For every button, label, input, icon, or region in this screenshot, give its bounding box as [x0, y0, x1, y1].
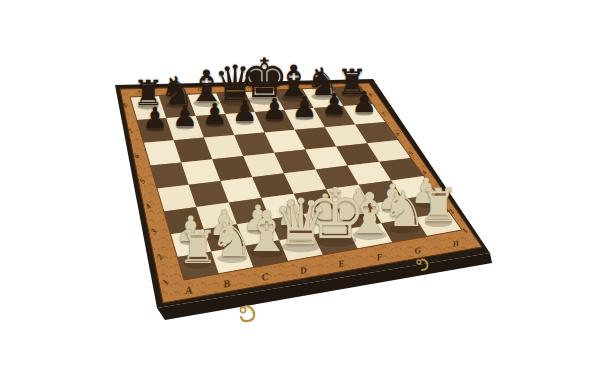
- pieces-layer: ♜♞♝♛♚♝♞♜♟♟♟♟♟♟♟♟♟♟♟♟♟♟♟♟♜♞♝♛♚♝♞♜: [0, 0, 600, 380]
- piece-black-pawn-f7[interactable]: ♟: [290, 93, 319, 122]
- piece-black-pawn-c7[interactable]: ♟: [200, 100, 229, 129]
- piece-black-pawn-b7[interactable]: ♟: [170, 102, 199, 131]
- piece-black-pawn-d7[interactable]: ♟: [230, 97, 259, 126]
- piece-black-pawn-g7[interactable]: ♟: [320, 90, 349, 119]
- chess-set-photo: AABBCCDDEEFFGGHH1122334455667788 ♜♞♝♛♚♝♞…: [0, 0, 600, 380]
- piece-black-pawn-a7[interactable]: ♟: [141, 104, 170, 133]
- piece-black-pawn-h7[interactable]: ♟: [350, 88, 379, 117]
- piece-black-pawn-e7[interactable]: ♟: [260, 95, 289, 124]
- piece-white-rook-a1[interactable]: ♜: [175, 225, 220, 270]
